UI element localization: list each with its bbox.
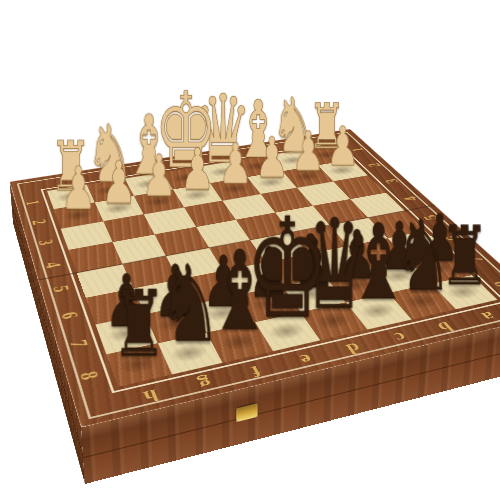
coordinate-label: 7 <box>49 327 108 361</box>
piece-white-pawn: ♟ <box>291 126 324 176</box>
folding-wooden-chessboard: ♜♞♝♚♛♝♞♜♟♟♟♟♟♟♟♟♟♟♟♟♟♟♟♟♜♞♝♚♛♝♞♜ 1234567… <box>10 129 500 428</box>
piece-black-knight: ♞ <box>158 256 223 354</box>
piece-white-pawn: ♟ <box>218 138 252 190</box>
piece-white-pawn: ♟ <box>326 121 359 171</box>
coordinate-label: 1 <box>10 192 56 213</box>
piece-white-pawn: ♟ <box>141 149 176 202</box>
brass-latch-icon <box>236 403 257 422</box>
piece-white-pawn: ♟ <box>180 143 215 195</box>
piece-white-pawn: ♟ <box>255 132 289 183</box>
chessboard-scene: ♜♞♝♚♛♝♞♜♟♟♟♟♟♟♟♟♟♟♟♟♟♟♟♟♜♞♝♚♛♝♞♜ 1234567… <box>0 0 500 496</box>
piece-white-pawn: ♟ <box>101 155 137 209</box>
product-photo-stage: ♜♞♝♚♛♝♞♜♟♟♟♟♟♟♟♟♟♟♟♟♟♟♟♟♜♞♝♚♛♝♞♜ 1234567… <box>0 0 500 496</box>
piece-white-pawn: ♟ <box>60 161 96 216</box>
square-h3 <box>61 221 112 249</box>
piece-black-rook: ♜ <box>111 282 167 366</box>
square-f2: ♟ <box>134 189 184 214</box>
